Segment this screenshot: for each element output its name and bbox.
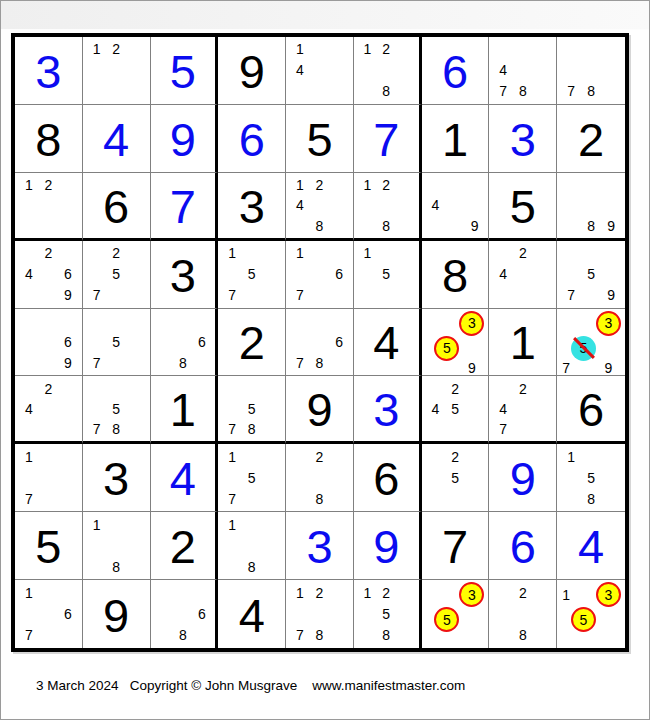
candidate-slot-4: [561, 264, 581, 285]
candidate-slot-6: 6: [58, 332, 78, 353]
candidate-slot-5: [310, 195, 330, 215]
candidate-slot-8: [106, 285, 126, 306]
candidate-slot-3: 3: [459, 582, 484, 607]
candidate-slot-4: [87, 399, 107, 419]
candidate-slot-6: [329, 603, 349, 624]
cell-r2c1[interactable]: 8: [15, 105, 83, 173]
candidate-slot-8: [39, 488, 59, 509]
cell-r6c7[interactable]: 245: [422, 376, 490, 444]
candidate-slot-2: [242, 446, 262, 467]
candidate-slot-1: [426, 311, 435, 336]
candidate-slot-6: [126, 535, 146, 556]
candidate-slot-8: 8: [513, 81, 533, 102]
cell-r4c5[interactable]: 167: [286, 241, 354, 309]
candidate-grid: 78: [557, 37, 625, 104]
cell-r2c2[interactable]: 4: [83, 105, 151, 173]
candidate-3-highlighted-yellow: 3: [459, 582, 484, 607]
candidate-7: 7: [93, 356, 101, 370]
cell-r3c5[interactable]: 1248: [286, 173, 354, 241]
candidate-slot-5: 5: [242, 467, 262, 488]
candidate-9: 9: [64, 288, 72, 302]
solved-digit: 6: [442, 48, 468, 95]
candidate-slot-3: [329, 311, 349, 332]
cell-r3c9[interactable]: 89: [557, 173, 625, 241]
given-digit: 3: [170, 252, 196, 299]
candidate-slot-5: [242, 535, 262, 556]
candidate-slot-6: [262, 264, 282, 285]
cell-r7c4[interactable]: 157: [218, 444, 286, 512]
candidate-slot-9: [465, 419, 485, 439]
candidate-slot-8: [39, 285, 59, 306]
cell-r4c9[interactable]: 579: [557, 241, 625, 309]
candidate-slot-7: [493, 285, 513, 306]
candidate-8: 8: [248, 560, 256, 574]
cell-r7c8[interactable]: 9: [489, 444, 557, 512]
candidate-5-highlighted-yellow: 5: [434, 336, 459, 361]
candidate-slot-1: [155, 311, 174, 332]
candidate-slot-2: 2: [377, 582, 396, 603]
candidate-5: 5: [248, 267, 256, 281]
candidate-slot-4: [358, 195, 377, 215]
cell-r1c3[interactable]: 5: [151, 37, 219, 105]
cell-r2c4[interactable]: 6: [218, 105, 286, 173]
candidate-slot-4: [290, 467, 310, 488]
candidate-slot-5: [310, 603, 330, 624]
candidate-slot-6: [533, 399, 553, 419]
candidate-slot-1: 1: [87, 514, 107, 535]
candidate-slot-6: [58, 195, 78, 215]
cell-r6c9[interactable]: 6: [557, 376, 625, 444]
candidate-slot-2: [581, 243, 601, 264]
cell-r7c7[interactable]: 25: [422, 444, 490, 512]
candidate-slot-7: [358, 285, 377, 306]
candidate-slot-3: [262, 446, 282, 467]
cell-r7c1[interactable]: 17: [15, 444, 83, 512]
cell-r4c1[interactable]: 2469: [15, 241, 83, 309]
given-digit: 8: [442, 252, 468, 299]
candidate-slot-7: [290, 488, 310, 509]
cell-r8c7[interactable]: 7: [422, 512, 490, 580]
candidate-slot-9: [262, 556, 282, 577]
cell-r9c7[interactable]: 35: [422, 580, 490, 648]
cell-r5c3[interactable]: 68: [151, 309, 219, 377]
cell-r9c2[interactable]: 9: [83, 580, 151, 648]
cell-r5c6[interactable]: 4: [354, 309, 422, 377]
cell-r6c6[interactable]: 3: [354, 376, 422, 444]
cell-r4c7[interactable]: 8: [422, 241, 490, 309]
candidate-2: 2: [316, 450, 324, 464]
candidate-5: 5: [451, 471, 459, 485]
candidate-slot-2: [571, 582, 596, 607]
candidate-7: 7: [228, 492, 236, 506]
candidate-8: 8: [179, 356, 187, 370]
candidate-slot-9: [533, 81, 553, 102]
cell-r1c2[interactable]: 12: [83, 37, 151, 105]
cell-r1c7[interactable]: 6: [422, 37, 490, 105]
solved-digit: 3: [35, 48, 61, 95]
candidate-slot-1: [426, 175, 446, 195]
candidate-grid: 24: [15, 376, 82, 441]
cell-r9c4[interactable]: 4: [218, 580, 286, 648]
cell-r3c2[interactable]: 6: [83, 173, 151, 241]
cell-r8c4[interactable]: 18: [218, 512, 286, 580]
cell-r5c4[interactable]: 2: [218, 309, 286, 377]
candidate-slot-2: [434, 311, 459, 336]
candidate-slot-6: [601, 60, 621, 81]
candidate-slot-6: [459, 336, 484, 361]
candidate-6: 6: [198, 607, 206, 621]
candidate-grid: 157: [218, 241, 285, 308]
candidate-slot-3: [329, 175, 349, 195]
cell-r3c4[interactable]: 3: [218, 173, 286, 241]
candidate-grid: 167: [15, 580, 82, 648]
candidate-7: 7: [228, 422, 236, 436]
cell-r1c6[interactable]: 128: [354, 37, 422, 105]
candidate-slot-3: [192, 582, 211, 603]
cell-r8c3[interactable]: 2: [151, 512, 219, 580]
candidate-slot-5: [106, 60, 126, 81]
candidate-grid: 15: [354, 241, 419, 308]
cell-r1c1[interactable]: 3: [15, 37, 83, 105]
candidate-slot-8: 8: [581, 215, 601, 235]
cell-r4c8[interactable]: 24: [489, 241, 557, 309]
candidate-grid: 18: [83, 512, 150, 579]
candidate-slot-6: [396, 264, 415, 285]
candidate-grid: 28: [286, 444, 353, 511]
candidate-slot-1: [561, 175, 581, 195]
candidate-slot-4: [290, 264, 310, 285]
cell-r9c9[interactable]: 135: [557, 580, 625, 648]
candidate-2: 2: [451, 382, 459, 396]
candidate-slot-1: 1: [358, 582, 377, 603]
given-digit: 3: [103, 455, 129, 502]
given-digit: 1: [510, 319, 536, 366]
cell-r5c2[interactable]: 57: [83, 309, 151, 377]
candidate-slot-2: [106, 311, 126, 332]
cell-r5c8[interactable]: 1: [489, 309, 557, 377]
cell-r8c1[interactable]: 5: [15, 512, 83, 580]
cell-r2c5[interactable]: 5: [286, 105, 354, 173]
candidate-slot-2: 2: [310, 582, 330, 603]
candidate-3-highlighted-yellow: 3: [596, 582, 621, 607]
candidate-slot-3: [126, 39, 146, 60]
candidate-1: 1: [25, 450, 33, 464]
candidate-slot-5: [445, 195, 465, 215]
candidate-slot-5: [310, 60, 330, 81]
candidate-2: 2: [44, 382, 52, 396]
candidate-5: 5: [112, 402, 120, 416]
candidate-grid: 578: [218, 376, 285, 441]
candidate-slot-7: 7: [87, 419, 107, 439]
candidate-slot-9: [329, 488, 349, 509]
cell-r8c9[interactable]: 4: [557, 512, 625, 580]
candidate-7: 7: [25, 628, 33, 642]
given-digit: 2: [170, 523, 196, 570]
candidate-slot-7: [426, 632, 435, 646]
candidate-2: 2: [44, 246, 52, 260]
candidate-slot-8: [445, 488, 465, 509]
candidate-slot-6: 6: [192, 332, 211, 353]
candidate-slot-1: 1: [87, 39, 107, 60]
candidate-slot-1: [155, 582, 174, 603]
candidate-slot-3: [329, 39, 349, 60]
candidate-slot-6: [126, 332, 146, 353]
candidate-8: 8: [316, 356, 324, 370]
cell-r2c6[interactable]: 7: [354, 105, 422, 173]
candidate-2: 2: [316, 586, 324, 600]
candidate-slot-4: [290, 603, 310, 624]
candidate-slot-4: [87, 535, 107, 556]
candidate-8: 8: [248, 422, 256, 436]
candidate-slot-7: 7: [493, 81, 513, 102]
candidate-slot-4: [493, 603, 513, 624]
cell-r6c3[interactable]: 1: [151, 376, 219, 444]
candidate-1: 1: [296, 246, 304, 260]
cell-r5c9[interactable]: 3579: [557, 309, 625, 377]
candidate-8: 8: [316, 219, 324, 233]
cell-r5c1[interactable]: 69: [15, 309, 83, 377]
candidate-slot-7: 7: [290, 625, 310, 646]
cell-r6c4[interactable]: 578: [218, 376, 286, 444]
candidate-slot-7: [493, 625, 513, 646]
candidate-slot-7: [426, 215, 446, 235]
candidate-8: 8: [382, 628, 390, 642]
candidate-5-highlighted-yellow: 5: [571, 607, 596, 632]
cell-r7c9[interactable]: 158: [557, 444, 625, 512]
cell-r4c3[interactable]: 3: [151, 241, 219, 309]
candidate-slot-6: [465, 399, 485, 419]
cell-r4c2[interactable]: 257: [83, 241, 151, 309]
given-digit: 9: [103, 592, 129, 639]
cell-r7c5[interactable]: 28: [286, 444, 354, 512]
candidate-slot-7: [155, 625, 174, 646]
candidate-slot-7: 7: [222, 285, 242, 306]
candidate-grid: 128: [354, 173, 419, 238]
candidate-slot-1: [493, 243, 513, 264]
solved-digit: 6: [510, 523, 536, 570]
candidate-slot-9: [126, 419, 146, 439]
candidate-slot-6: [596, 336, 621, 361]
cell-r1c9[interactable]: 78: [557, 37, 625, 105]
candidate-slot-2: [39, 582, 59, 603]
candidate-1: 1: [228, 450, 236, 464]
cell-r6c2[interactable]: 578: [83, 376, 151, 444]
cell-r4c4[interactable]: 157: [218, 241, 286, 309]
candidate-slot-7: [561, 632, 571, 646]
candidate-slot-4: [561, 336, 571, 361]
candidate-slot-3: [396, 175, 415, 195]
cell-r8c2[interactable]: 18: [83, 512, 151, 580]
candidate-slot-1: 1: [290, 243, 310, 264]
candidate-slot-7: 7: [222, 419, 242, 439]
given-digit: 6: [578, 386, 604, 433]
candidate-grid: 28: [489, 580, 556, 648]
cell-r2c7[interactable]: 1: [422, 105, 490, 173]
cell-r8c8[interactable]: 6: [489, 512, 557, 580]
candidate-slot-3: [58, 175, 78, 195]
candidate-slot-9: [329, 352, 349, 373]
candidate-slot-8: [242, 285, 262, 306]
given-digit: 2: [578, 116, 604, 163]
given-digit: 4: [239, 592, 265, 639]
candidate-slot-8: 8: [310, 488, 330, 509]
candidate-slot-9: [329, 215, 349, 235]
candidate-slot-3: [126, 311, 146, 332]
candidate-6: 6: [64, 267, 72, 281]
candidate-grid: 135: [557, 580, 625, 648]
candidate-slot-2: 2: [445, 446, 465, 467]
cell-r1c8[interactable]: 478: [489, 37, 557, 105]
candidate-grid: 17: [15, 444, 82, 511]
cell-r7c6[interactable]: 6: [354, 444, 422, 512]
candidate-slot-6: [533, 603, 553, 624]
candidate-grid: 14: [286, 37, 353, 104]
candidate-slot-2: 2: [106, 243, 126, 264]
cell-r9c8[interactable]: 28: [489, 580, 557, 648]
candidate-slot-1: [493, 39, 513, 60]
candidate-slot-9: [58, 215, 78, 235]
cell-r4c6[interactable]: 15: [354, 241, 422, 309]
cell-r9c6[interactable]: 1258: [354, 580, 422, 648]
cell-r7c3[interactable]: 4: [151, 444, 219, 512]
candidate-slot-4: [19, 603, 39, 624]
candidate-slot-1: 1: [290, 39, 310, 60]
candidate-slot-1: 1: [19, 175, 39, 195]
sudoku-board: 3125914128647878849657132126731248128495…: [11, 33, 629, 652]
candidate-slot-4: 4: [19, 399, 39, 419]
candidate-grid: 25: [422, 444, 489, 511]
candidate-slot-3: [329, 582, 349, 603]
candidate-slot-7: [290, 81, 310, 102]
candidate-slot-9: [126, 81, 146, 102]
candidate-8: 8: [519, 628, 527, 642]
candidate-slot-6: [533, 60, 553, 81]
cell-r9c5[interactable]: 1278: [286, 580, 354, 648]
candidate-slot-4: 4: [493, 264, 513, 285]
candidate-slot-9: 9: [58, 285, 78, 306]
candidate-slot-5: [377, 195, 396, 215]
candidate-slot-9: [533, 625, 553, 646]
cell-r3c8[interactable]: 5: [489, 173, 557, 241]
cell-r6c8[interactable]: 247: [489, 376, 557, 444]
cell-r3c6[interactable]: 128: [354, 173, 422, 241]
cell-r9c1[interactable]: 167: [15, 580, 83, 648]
cell-r3c1[interactable]: 12: [15, 173, 83, 241]
candidate-slot-3: [601, 39, 621, 60]
candidate-8: 8: [382, 84, 390, 98]
cell-r8c6[interactable]: 9: [354, 512, 422, 580]
candidate-slot-1: 1: [19, 446, 39, 467]
cell-r9c3[interactable]: 68: [151, 580, 219, 648]
candidate-slot-6: 6: [329, 332, 349, 353]
candidate-slot-5: [173, 332, 192, 353]
candidate-slot-9: [601, 488, 621, 509]
candidate-slot-1: [290, 446, 310, 467]
candidate-slot-8: [434, 632, 459, 646]
cell-r3c7[interactable]: 49: [422, 173, 490, 241]
cell-r2c3[interactable]: 9: [151, 105, 219, 173]
candidate-grid: 35: [422, 580, 489, 648]
cell-r3c3[interactable]: 7: [151, 173, 219, 241]
solved-digit: 4: [578, 523, 604, 570]
candidate-slot-3: [533, 582, 553, 603]
candidate-8: 8: [316, 628, 324, 642]
candidate-slot-2: [445, 175, 465, 195]
candidate-slot-8: 8: [242, 419, 262, 439]
candidate-slot-3: [533, 378, 553, 398]
candidate-slot-9: 9: [58, 352, 78, 373]
candidate-slot-4: [358, 264, 377, 285]
candidate-5: 5: [587, 267, 595, 281]
candidate-slot-7: 7: [87, 285, 107, 306]
candidate-slot-8: [571, 361, 596, 375]
candidate-slot-1: [87, 378, 107, 398]
candidate-2: 2: [451, 450, 459, 464]
candidate-7: 7: [296, 288, 304, 302]
candidate-5: 5: [248, 402, 256, 416]
candidate-slot-7: 7: [87, 352, 107, 373]
candidate-slot-7: [426, 488, 446, 509]
candidate-slot-9: 9: [596, 361, 621, 375]
candidate-slot-3: [396, 582, 415, 603]
candidate-slot-9: 9: [465, 215, 485, 235]
candidate-grid: 12: [83, 37, 150, 104]
candidate-slot-7: 7: [290, 285, 310, 306]
candidate-5: 5: [451, 402, 459, 416]
cell-r5c5[interactable]: 678: [286, 309, 354, 377]
page-top-shade: [1, 1, 649, 30]
candidate-slot-7: [290, 215, 310, 235]
candidate-slot-6: [601, 195, 621, 215]
cell-r7c2[interactable]: 3: [83, 444, 151, 512]
candidate-slot-7: [426, 419, 446, 439]
cell-r2c8[interactable]: 3: [489, 105, 557, 173]
cell-r5c7[interactable]: 359: [422, 309, 490, 377]
candidate-slot-9: [329, 285, 349, 306]
candidate-grid: 24: [489, 241, 556, 308]
candidate-slot-4: [87, 332, 107, 353]
cell-r6c1[interactable]: 24: [15, 376, 83, 444]
candidate-slot-4: [561, 195, 581, 215]
candidate-slot-8: 8: [310, 215, 330, 235]
candidate-slot-5: [581, 195, 601, 215]
candidate-slot-5: [39, 603, 59, 624]
candidate-slot-6: [465, 195, 485, 215]
cell-r1c5[interactable]: 14: [286, 37, 354, 105]
candidate-1: 1: [363, 42, 371, 56]
candidate-8: 8: [112, 560, 120, 574]
candidate-slot-6: [126, 264, 146, 285]
candidate-slot-2: 2: [39, 175, 59, 195]
candidate-slot-1: 1: [561, 582, 571, 607]
candidate-slot-5: [513, 603, 533, 624]
candidate-2: 2: [519, 586, 527, 600]
cell-r1c4[interactable]: 9: [218, 37, 286, 105]
cell-r6c5[interactable]: 9: [286, 376, 354, 444]
candidate-slot-6: [533, 264, 553, 285]
cell-r8c5[interactable]: 3: [286, 512, 354, 580]
candidate-slot-2: [242, 514, 262, 535]
candidate-slot-2: 2: [310, 446, 330, 467]
candidate-4: 4: [25, 267, 33, 281]
cell-r2c9[interactable]: 2: [557, 105, 625, 173]
candidate-slot-9: [329, 81, 349, 102]
candidate-slot-4: [19, 195, 39, 215]
candidate-grid: 1278: [286, 580, 353, 648]
candidate-slot-4: [426, 467, 446, 488]
candidate-slot-5: 5: [581, 467, 601, 488]
candidate-slot-2: 2: [513, 243, 533, 264]
